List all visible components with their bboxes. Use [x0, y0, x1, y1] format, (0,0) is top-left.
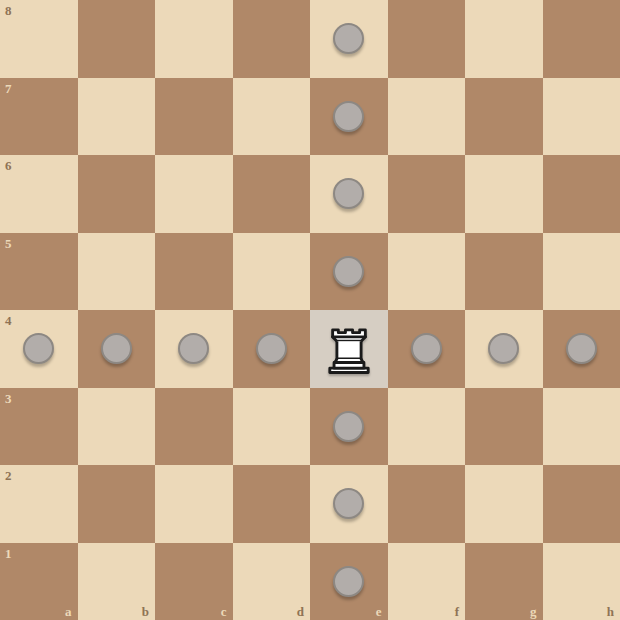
square-h1[interactable]: h	[543, 543, 620, 620]
file-label-h: h	[607, 605, 614, 618]
rank-label-6: 6	[5, 159, 12, 172]
square-c6[interactable]	[155, 155, 233, 233]
square-g3[interactable]	[465, 388, 543, 466]
square-e7[interactable]	[310, 78, 388, 156]
square-h3[interactable]	[543, 388, 620, 466]
square-e5[interactable]	[310, 233, 388, 311]
square-f5[interactable]	[388, 233, 466, 311]
rank-label-4: 4	[5, 314, 12, 327]
square-e2[interactable]	[310, 465, 388, 543]
square-a3[interactable]: 3	[0, 388, 78, 466]
square-f4[interactable]	[388, 310, 466, 388]
legal-move-dot-d4[interactable]	[256, 333, 287, 364]
square-d3[interactable]	[233, 388, 311, 466]
square-e4[interactable]	[310, 310, 388, 388]
square-a4[interactable]: 4	[0, 310, 78, 388]
square-e3[interactable]	[310, 388, 388, 466]
file-label-f: f	[455, 605, 459, 618]
square-g8[interactable]	[465, 0, 543, 78]
legal-move-dot-e6[interactable]	[333, 178, 364, 209]
square-b7[interactable]	[78, 78, 156, 156]
legal-move-dot-e7[interactable]	[333, 101, 364, 132]
legal-move-dot-e3[interactable]	[333, 411, 364, 442]
file-label-d: d	[297, 605, 304, 618]
square-c4[interactable]	[155, 310, 233, 388]
square-a7[interactable]: 7	[0, 78, 78, 156]
square-f7[interactable]	[388, 78, 466, 156]
legal-move-dot-a4[interactable]	[23, 333, 54, 364]
square-g4[interactable]	[465, 310, 543, 388]
square-g1[interactable]: g	[465, 543, 543, 620]
square-c1[interactable]: c	[155, 543, 233, 620]
square-f3[interactable]	[388, 388, 466, 466]
square-d2[interactable]	[233, 465, 311, 543]
square-a6[interactable]: 6	[0, 155, 78, 233]
square-a5[interactable]: 5	[0, 233, 78, 311]
square-b3[interactable]	[78, 388, 156, 466]
square-h7[interactable]	[543, 78, 620, 156]
legal-move-dot-h4[interactable]	[566, 333, 597, 364]
square-c7[interactable]	[155, 78, 233, 156]
square-d5[interactable]	[233, 233, 311, 311]
square-d4[interactable]	[233, 310, 311, 388]
square-b6[interactable]	[78, 155, 156, 233]
square-c2[interactable]	[155, 465, 233, 543]
legal-move-dot-e5[interactable]	[333, 256, 364, 287]
square-d8[interactable]	[233, 0, 311, 78]
legal-move-dot-e8[interactable]	[333, 23, 364, 54]
square-d6[interactable]	[233, 155, 311, 233]
legal-move-dot-b4[interactable]	[101, 333, 132, 364]
square-g7[interactable]	[465, 78, 543, 156]
square-b4[interactable]	[78, 310, 156, 388]
square-g2[interactable]	[465, 465, 543, 543]
square-h5[interactable]	[543, 233, 620, 311]
square-h8[interactable]	[543, 0, 620, 78]
legal-move-dot-e2[interactable]	[333, 488, 364, 519]
square-b2[interactable]	[78, 465, 156, 543]
square-e1[interactable]: e	[310, 543, 388, 620]
file-label-a: a	[65, 605, 72, 618]
square-e8[interactable]	[310, 0, 388, 78]
rank-label-3: 3	[5, 392, 12, 405]
square-f6[interactable]	[388, 155, 466, 233]
square-g6[interactable]	[465, 155, 543, 233]
square-h4[interactable]	[543, 310, 620, 388]
square-f2[interactable]	[388, 465, 466, 543]
square-a1[interactable]: 1a	[0, 543, 78, 620]
square-a8[interactable]: 8	[0, 0, 78, 78]
legal-move-dot-c4[interactable]	[178, 333, 209, 364]
rank-label-8: 8	[5, 4, 12, 17]
square-h6[interactable]	[543, 155, 620, 233]
square-g5[interactable]	[465, 233, 543, 311]
rank-label-5: 5	[5, 237, 12, 250]
file-label-e: e	[376, 605, 382, 618]
square-c5[interactable]	[155, 233, 233, 311]
legal-move-dot-g4[interactable]	[488, 333, 519, 364]
square-d1[interactable]: d	[233, 543, 311, 620]
square-e6[interactable]	[310, 155, 388, 233]
file-label-b: b	[142, 605, 149, 618]
square-b1[interactable]: b	[78, 543, 156, 620]
square-b8[interactable]	[78, 0, 156, 78]
file-label-g: g	[530, 605, 537, 618]
legal-move-dot-e1[interactable]	[333, 566, 364, 597]
rank-label-1: 1	[5, 547, 12, 560]
square-f1[interactable]: f	[388, 543, 466, 620]
square-c3[interactable]	[155, 388, 233, 466]
square-a2[interactable]: 2	[0, 465, 78, 543]
chess-board: 87654 321abcdefgh	[0, 0, 620, 620]
square-h2[interactable]	[543, 465, 620, 543]
white-rook[interactable]	[317, 317, 381, 381]
legal-move-dot-f4[interactable]	[411, 333, 442, 364]
square-c8[interactable]	[155, 0, 233, 78]
file-label-c: c	[221, 605, 227, 618]
rank-label-2: 2	[5, 469, 12, 482]
square-b5[interactable]	[78, 233, 156, 311]
square-f8[interactable]	[388, 0, 466, 78]
rank-label-7: 7	[5, 82, 12, 95]
square-d7[interactable]	[233, 78, 311, 156]
